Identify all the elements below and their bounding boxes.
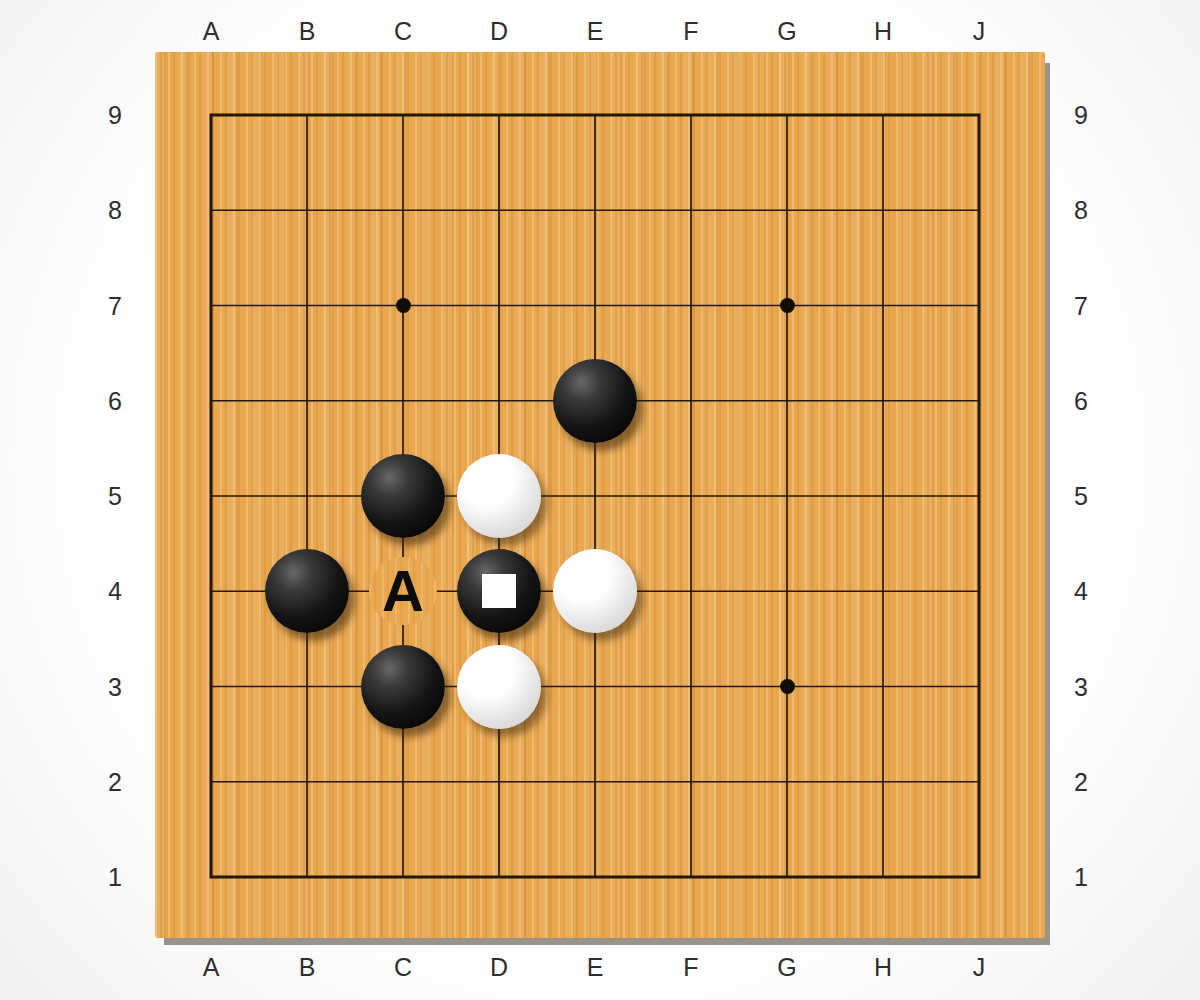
coord-top-g: G xyxy=(777,17,796,46)
last-move-square-marker xyxy=(482,574,516,608)
coord-right-3: 3 xyxy=(1074,672,1088,701)
coord-right-2: 2 xyxy=(1074,767,1088,796)
coord-left-6: 6 xyxy=(108,386,122,415)
coord-bottom-j: J xyxy=(973,953,986,982)
coord-right-5: 5 xyxy=(1074,482,1088,511)
coord-top-h: H xyxy=(874,17,892,46)
stone-black-b4 xyxy=(265,549,349,633)
coord-bottom-a: A xyxy=(203,953,220,982)
coord-top-a: A xyxy=(203,17,220,46)
coord-bottom-c: C xyxy=(394,953,412,982)
star-point-g3 xyxy=(780,679,795,694)
coord-left-4: 4 xyxy=(108,577,122,606)
coord-left-7: 7 xyxy=(108,291,122,320)
star-point-g7 xyxy=(780,298,795,313)
coord-left-1: 1 xyxy=(108,863,122,892)
coord-left-5: 5 xyxy=(108,482,122,511)
coord-left-2: 2 xyxy=(108,767,122,796)
coord-right-6: 6 xyxy=(1074,386,1088,415)
stone-white-e4 xyxy=(553,549,637,633)
coord-top-c: C xyxy=(394,17,412,46)
stone-white-d5 xyxy=(457,454,541,538)
coord-right-1: 1 xyxy=(1074,863,1088,892)
coord-bottom-b: B xyxy=(299,953,316,982)
stone-layer: A xyxy=(163,67,1027,924)
go-board: A xyxy=(155,52,1045,938)
coord-right-8: 8 xyxy=(1074,196,1088,225)
coord-bottom-g: G xyxy=(777,953,796,982)
coord-right-4: 4 xyxy=(1074,577,1088,606)
coord-top-b: B xyxy=(299,17,316,46)
stone-black-c3 xyxy=(361,645,445,729)
coord-bottom-e: E xyxy=(587,953,604,982)
coord-bottom-f: F xyxy=(683,953,698,982)
coord-top-f: F xyxy=(683,17,698,46)
coord-right-9: 9 xyxy=(1074,101,1088,130)
coord-left-9: 9 xyxy=(108,101,122,130)
stone-black-e6 xyxy=(553,359,637,443)
stone-white-d3 xyxy=(457,645,541,729)
stone-black-c5 xyxy=(361,454,445,538)
coord-top-e: E xyxy=(587,17,604,46)
coord-bottom-h: H xyxy=(874,953,892,982)
go-diagram: A AABBCCDDEEFFGGHHJJ998877665544332211 xyxy=(0,0,1200,1000)
coord-left-8: 8 xyxy=(108,196,122,225)
stone-black-d4 xyxy=(457,549,541,633)
coord-bottom-d: D xyxy=(490,953,508,982)
coord-top-d: D xyxy=(490,17,508,46)
coord-top-j: J xyxy=(973,17,986,46)
star-point-c7 xyxy=(396,298,411,313)
coord-left-3: 3 xyxy=(108,672,122,701)
coord-right-7: 7 xyxy=(1074,291,1088,320)
point-label-c4: A xyxy=(369,557,437,625)
